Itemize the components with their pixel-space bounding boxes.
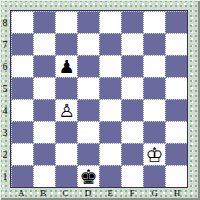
square-d1[interactable]: ♚ (77, 165, 99, 187)
square-d2[interactable] (77, 143, 99, 165)
square-c4[interactable]: ♙ (55, 99, 77, 121)
file-label-b: B (32, 187, 54, 199)
rank-labels: 87654321 (0, 11, 10, 187)
square-c7[interactable] (55, 33, 77, 55)
square-h2[interactable] (165, 143, 187, 165)
square-a2[interactable] (11, 143, 33, 165)
square-f8[interactable] (121, 11, 143, 33)
chess-diagram: 87654321 ♟♙♔♚ ABCDEFGH (0, 0, 200, 200)
square-a6[interactable] (11, 55, 33, 77)
square-f2[interactable] (121, 143, 143, 165)
square-g6[interactable] (143, 55, 165, 77)
square-e7[interactable] (99, 33, 121, 55)
square-e2[interactable] (99, 143, 121, 165)
square-b2[interactable] (33, 143, 55, 165)
square-d7[interactable] (77, 33, 99, 55)
square-h6[interactable] (165, 55, 187, 77)
square-h1[interactable] (165, 165, 187, 187)
rank-label-8: 8 (0, 11, 10, 33)
square-e3[interactable] (99, 121, 121, 143)
square-a3[interactable] (11, 121, 33, 143)
square-g1[interactable] (143, 165, 165, 187)
square-b7[interactable] (33, 33, 55, 55)
square-g4[interactable] (143, 99, 165, 121)
square-a8[interactable] (11, 11, 33, 33)
square-b3[interactable] (33, 121, 55, 143)
file-label-d: D (77, 187, 99, 199)
rank-label-4: 4 (0, 99, 10, 121)
square-c5[interactable] (55, 77, 77, 99)
square-a1[interactable] (11, 165, 33, 187)
square-d3[interactable] (77, 121, 99, 143)
file-label-c: C (55, 187, 77, 199)
square-g2[interactable]: ♔ (143, 143, 165, 165)
square-c2[interactable] (55, 143, 77, 165)
square-g8[interactable] (143, 11, 165, 33)
square-d8[interactable] (77, 11, 99, 33)
square-b6[interactable] (33, 55, 55, 77)
piece-white-king[interactable]: ♔ (146, 145, 164, 165)
square-b4[interactable] (33, 99, 55, 121)
square-d5[interactable] (77, 77, 99, 99)
file-label-a: A (10, 187, 32, 199)
square-b8[interactable] (33, 11, 55, 33)
square-c3[interactable] (55, 121, 77, 143)
square-a4[interactable] (11, 99, 33, 121)
square-e6[interactable] (99, 55, 121, 77)
square-c6[interactable]: ♟ (55, 55, 77, 77)
square-f6[interactable] (121, 55, 143, 77)
rank-label-5: 5 (0, 77, 10, 99)
square-f3[interactable] (121, 121, 143, 143)
square-e1[interactable] (99, 165, 121, 187)
square-f4[interactable] (121, 99, 143, 121)
rank-label-1: 1 (0, 165, 10, 187)
square-h5[interactable] (165, 77, 187, 99)
piece-black-pawn[interactable]: ♟ (58, 58, 74, 76)
square-g5[interactable] (143, 77, 165, 99)
file-label-h: H (166, 187, 188, 199)
square-f7[interactable] (121, 33, 143, 55)
file-labels: ABCDEFGH (10, 187, 188, 199)
square-f1[interactable] (121, 165, 143, 187)
square-h8[interactable] (165, 11, 187, 33)
square-e4[interactable] (99, 99, 121, 121)
square-g7[interactable] (143, 33, 165, 55)
square-h7[interactable] (165, 33, 187, 55)
square-d4[interactable] (77, 99, 99, 121)
rank-label-2: 2 (0, 143, 10, 165)
square-b5[interactable] (33, 77, 55, 99)
square-f5[interactable] (121, 77, 143, 99)
piece-white-pawn[interactable]: ♙ (58, 102, 74, 120)
file-label-f: F (121, 187, 143, 199)
square-h3[interactable] (165, 121, 187, 143)
chess-board[interactable]: ♟♙♔♚ (10, 10, 188, 188)
rank-label-7: 7 (0, 33, 10, 55)
square-e5[interactable] (99, 77, 121, 99)
rank-label-6: 6 (0, 55, 10, 77)
square-c8[interactable] (55, 11, 77, 33)
square-c1[interactable] (55, 165, 77, 187)
square-d6[interactable] (77, 55, 99, 77)
square-a7[interactable] (11, 33, 33, 55)
rank-label-3: 3 (0, 121, 10, 143)
square-h4[interactable] (165, 99, 187, 121)
square-a5[interactable] (11, 77, 33, 99)
file-label-g: G (144, 187, 166, 199)
square-e8[interactable] (99, 11, 121, 33)
square-b1[interactable] (33, 165, 55, 187)
file-label-e: E (99, 187, 121, 199)
piece-black-king[interactable]: ♚ (80, 167, 98, 187)
square-g3[interactable] (143, 121, 165, 143)
